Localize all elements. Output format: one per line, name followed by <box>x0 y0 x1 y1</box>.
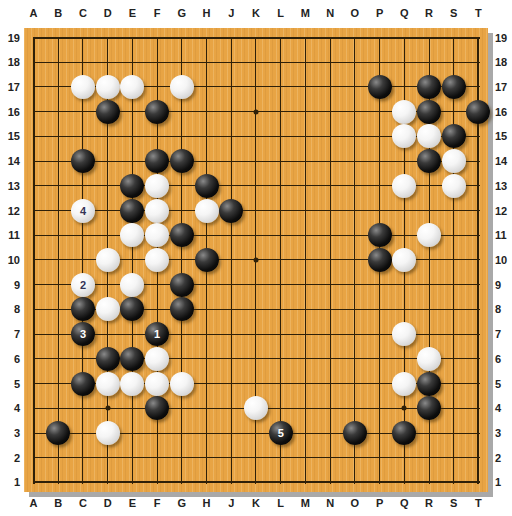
stone-white-C17 <box>71 75 95 99</box>
stone-black-G9 <box>170 273 194 297</box>
stone-black-P17 <box>368 75 392 99</box>
col-label-bottom-H: H <box>203 496 211 510</box>
move-number-2: 2 <box>80 279 86 291</box>
col-label-top-S: S <box>450 6 457 20</box>
stone-white-F6 <box>145 347 169 371</box>
stone-black-R4 <box>417 396 441 420</box>
stone-black-R17 <box>417 75 441 99</box>
stone-black-E6 <box>120 347 144 371</box>
col-label-top-T: T <box>475 6 482 20</box>
col-label-top-O: O <box>351 6 360 20</box>
stone-white-E17 <box>120 75 144 99</box>
col-label-top-K: K <box>252 6 260 20</box>
col-label-top-L: L <box>277 6 284 20</box>
col-label-top-N: N <box>326 6 334 20</box>
stone-black-H13 <box>195 174 219 198</box>
col-label-bottom-P: P <box>376 496 383 510</box>
col-label-top-Q: Q <box>400 6 409 20</box>
row-label-left-4: 4 <box>1 401 20 415</box>
stone-black-T16 <box>466 100 490 124</box>
row-label-left-7: 7 <box>1 327 20 341</box>
stone-white-F10 <box>145 248 169 272</box>
row-label-right-13: 13 <box>495 179 512 193</box>
col-label-top-E: E <box>129 6 136 20</box>
stone-white-G5 <box>170 372 194 396</box>
stone-white-Q16 <box>392 100 416 124</box>
row-label-right-14: 14 <box>495 154 512 168</box>
row-label-right-5: 5 <box>495 377 512 391</box>
stone-black-S15 <box>442 124 466 148</box>
stone-black-G14 <box>170 149 194 173</box>
stone-black-F7: 1 <box>145 322 169 346</box>
stone-white-F12 <box>145 199 169 223</box>
stone-white-D5 <box>96 372 120 396</box>
col-label-top-P: P <box>376 6 383 20</box>
go-board-screenshot: ABCDEFGHJKLMNOPQRST ABCDEFGHJKLMNOPQRST … <box>0 0 512 516</box>
stone-black-G8 <box>170 297 194 321</box>
row-label-left-13: 13 <box>1 179 20 193</box>
col-label-top-J: J <box>228 6 234 20</box>
col-label-bottom-N: N <box>326 496 334 510</box>
col-label-bottom-F: F <box>154 496 161 510</box>
row-label-left-8: 8 <box>1 302 20 316</box>
row-label-left-16: 16 <box>1 105 20 119</box>
row-label-right-6: 6 <box>495 352 512 366</box>
stone-white-D17 <box>96 75 120 99</box>
move-number-1: 1 <box>154 328 160 340</box>
stone-white-Q15 <box>392 124 416 148</box>
col-label-bottom-J: J <box>228 496 234 510</box>
col-label-bottom-Q: Q <box>400 496 409 510</box>
stone-black-E12 <box>120 199 144 223</box>
row-label-left-9: 9 <box>1 278 20 292</box>
col-label-bottom-A: A <box>30 496 38 510</box>
stone-white-C9: 2 <box>71 273 95 297</box>
stone-white-Q13 <box>392 174 416 198</box>
stone-white-E9 <box>120 273 144 297</box>
stone-black-F16 <box>145 100 169 124</box>
stone-black-S17 <box>442 75 466 99</box>
stone-white-D3 <box>96 421 120 445</box>
col-label-top-C: C <box>79 6 87 20</box>
col-label-top-G: G <box>178 6 187 20</box>
col-label-bottom-E: E <box>129 496 136 510</box>
stone-white-F11 <box>145 223 169 247</box>
stone-white-K4 <box>244 396 268 420</box>
col-label-top-A: A <box>30 6 38 20</box>
row-label-right-17: 17 <box>495 80 512 94</box>
stone-white-H12 <box>195 199 219 223</box>
row-label-right-2: 2 <box>495 451 512 465</box>
row-label-right-16: 16 <box>495 105 512 119</box>
row-label-left-18: 18 <box>1 55 20 69</box>
go-board[interactable]: 42315 <box>24 28 488 492</box>
col-label-top-R: R <box>425 6 433 20</box>
stone-black-B3 <box>46 421 70 445</box>
stone-black-C14 <box>71 149 95 173</box>
stone-white-Q5 <box>392 372 416 396</box>
row-label-right-7: 7 <box>495 327 512 341</box>
col-label-top-D: D <box>104 6 112 20</box>
stone-white-Q10 <box>392 248 416 272</box>
stone-black-F14 <box>145 149 169 173</box>
row-label-left-12: 12 <box>1 204 20 218</box>
stone-white-R6 <box>417 347 441 371</box>
col-label-top-B: B <box>54 6 62 20</box>
row-label-left-10: 10 <box>1 253 20 267</box>
row-label-left-6: 6 <box>1 352 20 366</box>
stone-black-J12 <box>219 199 243 223</box>
row-label-right-12: 12 <box>495 204 512 218</box>
stone-black-C8 <box>71 297 95 321</box>
stone-black-C7: 3 <box>71 322 95 346</box>
col-label-top-F: F <box>154 6 161 20</box>
row-label-right-15: 15 <box>495 129 512 143</box>
col-label-bottom-S: S <box>450 496 457 510</box>
move-number-5: 5 <box>278 427 284 439</box>
stone-white-R15 <box>417 124 441 148</box>
col-label-bottom-O: O <box>351 496 360 510</box>
stone-black-O3 <box>343 421 367 445</box>
stone-black-G11 <box>170 223 194 247</box>
stone-black-Q3 <box>392 421 416 445</box>
stone-black-C5 <box>71 372 95 396</box>
stone-black-D16 <box>96 100 120 124</box>
stone-black-P10 <box>368 248 392 272</box>
col-label-bottom-G: G <box>178 496 187 510</box>
stone-black-L3: 5 <box>269 421 293 445</box>
row-label-left-11: 11 <box>1 228 20 242</box>
stone-black-D6 <box>96 347 120 371</box>
row-label-left-17: 17 <box>1 80 20 94</box>
col-label-bottom-C: C <box>79 496 87 510</box>
row-label-right-18: 18 <box>495 55 512 69</box>
stone-white-E11 <box>120 223 144 247</box>
stone-black-P11 <box>368 223 392 247</box>
row-label-left-2: 2 <box>1 451 20 465</box>
stone-black-F4 <box>145 396 169 420</box>
col-label-top-M: M <box>301 6 310 20</box>
row-label-right-3: 3 <box>495 426 512 440</box>
stone-white-E5 <box>120 372 144 396</box>
stone-black-E13 <box>120 174 144 198</box>
col-label-bottom-B: B <box>54 496 62 510</box>
col-label-top-H: H <box>203 6 211 20</box>
col-label-bottom-D: D <box>104 496 112 510</box>
stone-white-F13 <box>145 174 169 198</box>
col-label-bottom-K: K <box>252 496 260 510</box>
stone-white-R11 <box>417 223 441 247</box>
stone-white-C12: 4 <box>71 199 95 223</box>
row-label-right-4: 4 <box>495 401 512 415</box>
row-label-left-15: 15 <box>1 129 20 143</box>
stone-white-D10 <box>96 248 120 272</box>
stone-white-D8 <box>96 297 120 321</box>
col-label-bottom-R: R <box>425 496 433 510</box>
stone-white-S14 <box>442 149 466 173</box>
stone-black-E8 <box>120 297 144 321</box>
row-label-left-19: 19 <box>1 31 20 45</box>
stone-black-R5 <box>417 372 441 396</box>
row-label-right-1: 1 <box>495 475 512 489</box>
stone-black-H10 <box>195 248 219 272</box>
row-label-left-3: 3 <box>1 426 20 440</box>
col-label-bottom-L: L <box>277 496 284 510</box>
intersections-grid: 42315 <box>21 25 491 495</box>
stone-white-Q7 <box>392 322 416 346</box>
row-label-right-9: 9 <box>495 278 512 292</box>
row-label-left-5: 5 <box>1 377 20 391</box>
col-label-bottom-T: T <box>475 496 482 510</box>
row-label-left-1: 1 <box>1 475 20 489</box>
move-number-4: 4 <box>80 205 86 217</box>
stone-white-G17 <box>170 75 194 99</box>
move-number-3: 3 <box>80 328 86 340</box>
stone-black-R16 <box>417 100 441 124</box>
col-label-bottom-M: M <box>301 496 310 510</box>
row-label-right-10: 10 <box>495 253 512 267</box>
row-label-right-11: 11 <box>495 228 512 242</box>
stone-black-R14 <box>417 149 441 173</box>
row-label-right-19: 19 <box>495 31 512 45</box>
stone-white-S13 <box>442 174 466 198</box>
row-label-left-14: 14 <box>1 154 20 168</box>
row-label-right-8: 8 <box>495 302 512 316</box>
stone-white-F5 <box>145 372 169 396</box>
